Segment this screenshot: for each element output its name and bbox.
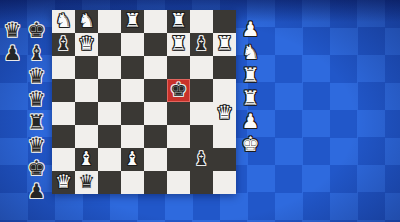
tray-cell: ♞ — [239, 41, 262, 64]
square-d6[interactable] — [121, 56, 144, 79]
square-c4[interactable] — [98, 102, 121, 125]
black-tray-queen[interactable]: ♛ — [4, 20, 22, 40]
square-f3[interactable] — [167, 125, 190, 148]
square-h3[interactable] — [213, 125, 236, 148]
white-queen-b7[interactable]: ♛ — [78, 34, 95, 53]
black-tray-king[interactable]: ♚ — [28, 20, 46, 40]
square-b3[interactable] — [75, 125, 98, 148]
tray-cell: ♟ — [239, 110, 262, 133]
tray-cell: ♛ — [25, 88, 48, 111]
white-bishop-b2[interactable]: ♝ — [78, 149, 95, 168]
tray-cell: ♟ — [1, 42, 24, 65]
square-h1[interactable] — [213, 171, 236, 194]
tray-cell: ♜ — [239, 64, 262, 87]
black-tray-pawn[interactable]: ♟ — [4, 43, 22, 63]
square-f8[interactable]: ♜ — [167, 10, 190, 33]
white-knight-a8[interactable]: ♞ — [55, 11, 72, 30]
white-rook-d8[interactable]: ♜ — [124, 11, 141, 30]
square-h7[interactable]: ♜ — [213, 33, 236, 56]
tray-cell: ♛ — [25, 134, 48, 157]
square-f1[interactable] — [167, 171, 190, 194]
square-d3[interactable] — [121, 125, 144, 148]
white-tray-rook[interactable]: ♜ — [242, 65, 260, 85]
square-f2[interactable] — [167, 148, 190, 171]
square-h4[interactable]: ♛ — [213, 102, 236, 125]
black-bishop-a7[interactable]: ♝ — [55, 34, 72, 53]
square-e7[interactable] — [144, 33, 167, 56]
chess-board[interactable]: ♞♞♜♜♝♛♜♝♜♚♛♝♝♝♛♛ — [52, 10, 236, 194]
black-tray-rook[interactable]: ♜ — [28, 112, 46, 132]
white-tray-pawn[interactable]: ♟ — [242, 19, 260, 39]
square-c3[interactable] — [98, 125, 121, 148]
square-e5[interactable] — [144, 79, 167, 102]
square-h8[interactable] — [213, 10, 236, 33]
square-g7[interactable]: ♝ — [190, 33, 213, 56]
square-b5[interactable] — [75, 79, 98, 102]
black-tray-queen[interactable]: ♛ — [28, 89, 46, 109]
black-tray-king[interactable]: ♚ — [28, 158, 46, 178]
square-c7[interactable] — [98, 33, 121, 56]
tray-cell: ♝ — [25, 42, 48, 65]
square-d2[interactable]: ♝ — [121, 148, 144, 171]
white-bishop-d2[interactable]: ♝ — [124, 149, 141, 168]
square-f6[interactable] — [167, 56, 190, 79]
square-g5[interactable] — [190, 79, 213, 102]
square-d8[interactable]: ♜ — [121, 10, 144, 33]
square-c8[interactable] — [98, 10, 121, 33]
white-knight-b8[interactable]: ♞ — [78, 11, 95, 30]
square-f5-check-highlight[interactable]: ♚ — [167, 79, 190, 102]
white-tray-knight[interactable]: ♞ — [242, 42, 260, 62]
square-c6[interactable] — [98, 56, 121, 79]
square-h6[interactable] — [213, 56, 236, 79]
black-tray-bishop[interactable]: ♝ — [28, 43, 46, 63]
white-tray-rook[interactable]: ♜ — [242, 88, 260, 108]
white-tray-pawn[interactable]: ♟ — [242, 111, 260, 131]
white-rook-f8[interactable]: ♜ — [170, 11, 187, 30]
square-c5[interactable] — [98, 79, 121, 102]
tray-cell: ♛ — [1, 19, 24, 42]
square-e4[interactable] — [144, 102, 167, 125]
square-c1[interactable] — [98, 171, 121, 194]
square-f7[interactable]: ♜ — [167, 33, 190, 56]
square-b7[interactable]: ♛ — [75, 33, 98, 56]
tray-cell: ♚ — [239, 133, 262, 156]
tray-cell: ♜ — [239, 87, 262, 110]
square-g1[interactable] — [190, 171, 213, 194]
tray-cell: ♜ — [25, 111, 48, 134]
square-a4[interactable] — [52, 102, 75, 125]
white-queen-h4[interactable]: ♛ — [216, 103, 233, 122]
square-d4[interactable] — [121, 102, 144, 125]
white-piece-tray: ♟♞♜♜♟♚ — [239, 18, 262, 156]
white-tray-king[interactable]: ♚ — [242, 134, 260, 154]
square-f4[interactable] — [167, 102, 190, 125]
square-a2[interactable] — [52, 148, 75, 171]
black-piece-tray-column-a: ♛♟ — [1, 19, 24, 65]
square-d7[interactable] — [121, 33, 144, 56]
white-rook-f7[interactable]: ♜ — [170, 34, 187, 53]
black-piece-tray-column-b: ♚♝♛♛♜♛♚♟ — [25, 19, 48, 203]
square-e1[interactable] — [144, 171, 167, 194]
black-tray-pawn[interactable]: ♟ — [28, 181, 46, 201]
square-b4[interactable] — [75, 102, 98, 125]
square-a3[interactable] — [52, 125, 75, 148]
game-background: ♛♟ ♚♝♛♛♜♛♚♟ ♞♞♜♜♝♛♜♝♜♚♛♝♝♝♛♛ ♟♞♜♜♟♚ — [0, 0, 400, 222]
square-d1[interactable] — [121, 171, 144, 194]
square-g3[interactable] — [190, 125, 213, 148]
black-bishop-g7[interactable]: ♝ — [193, 34, 210, 53]
black-tray-queen[interactable]: ♛ — [28, 66, 46, 86]
square-g4[interactable] — [190, 102, 213, 125]
square-g6[interactable] — [190, 56, 213, 79]
square-e8[interactable] — [144, 10, 167, 33]
tray-cell: ♚ — [25, 19, 48, 42]
square-a6[interactable] — [52, 56, 75, 79]
square-b6[interactable] — [75, 56, 98, 79]
white-queen-a1[interactable]: ♛ — [55, 172, 72, 191]
square-b1[interactable]: ♛ — [75, 171, 98, 194]
square-d5[interactable] — [121, 79, 144, 102]
black-bishop-g2[interactable]: ♝ — [193, 149, 210, 168]
square-a1[interactable]: ♛ — [52, 171, 75, 194]
square-g2[interactable]: ♝ — [190, 148, 213, 171]
square-c2[interactable] — [98, 148, 121, 171]
square-h2[interactable] — [213, 148, 236, 171]
square-h5[interactable] — [213, 79, 236, 102]
square-e3[interactable] — [144, 125, 167, 148]
tray-cell: ♟ — [25, 180, 48, 203]
tray-cell: ♟ — [239, 18, 262, 41]
square-a7[interactable]: ♝ — [52, 33, 75, 56]
square-g8[interactable] — [190, 10, 213, 33]
square-a5[interactable] — [52, 79, 75, 102]
tray-cell: ♛ — [25, 65, 48, 88]
black-queen-b1[interactable]: ♛ — [78, 172, 95, 191]
black-tray-queen[interactable]: ♛ — [28, 135, 46, 155]
square-b2[interactable]: ♝ — [75, 148, 98, 171]
square-e2[interactable] — [144, 148, 167, 171]
white-rook-h7[interactable]: ♜ — [216, 34, 233, 53]
square-b8[interactable]: ♞ — [75, 10, 98, 33]
tray-cell: ♚ — [25, 157, 48, 180]
square-e6[interactable] — [144, 56, 167, 79]
black-king-f5[interactable]: ♚ — [170, 80, 187, 99]
square-a8[interactable]: ♞ — [52, 10, 75, 33]
